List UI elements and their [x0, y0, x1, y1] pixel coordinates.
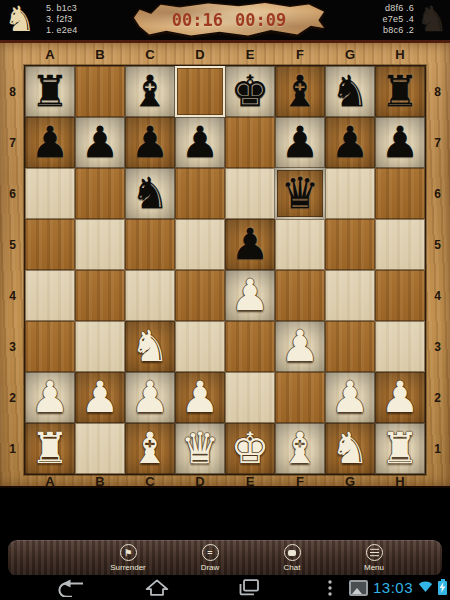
square-a3[interactable]: [25, 321, 75, 372]
square-h1[interactable]: ♜: [375, 423, 425, 474]
rank-label-5: 5: [425, 219, 450, 270]
black-pawn: ♟: [225, 219, 275, 269]
wifi-icon: [418, 579, 433, 597]
white-pawn: ♟: [375, 372, 425, 422]
chat-button[interactable]: Chat: [266, 544, 318, 572]
white-king: ♚: [225, 423, 275, 473]
white-clock: 00:16: [172, 10, 223, 30]
rank-label-6: 6: [425, 168, 450, 219]
white-rook: ♜: [375, 423, 425, 473]
square-e4[interactable]: ♟: [225, 270, 275, 321]
square-h6[interactable]: [375, 168, 425, 219]
square-h7[interactable]: ♟: [375, 117, 425, 168]
square-d6[interactable]: [175, 168, 225, 219]
black-bishop: ♝: [275, 66, 325, 116]
black-knight-icon: ♞: [417, 0, 448, 39]
black-knight: ♞: [325, 66, 375, 116]
board-squares: ♜♝♚♝♞♜♟♟♟♟♟♟♟♞♛♟♟♞♟♟♟♟♟♟♟♜♝♛♚♝♞♜: [25, 66, 425, 474]
surrender-flag-icon: ⚑: [120, 544, 137, 561]
square-d8[interactable]: [175, 66, 225, 117]
square-e5[interactable]: ♟: [225, 219, 275, 270]
white-pawn: ♟: [225, 270, 275, 320]
square-g1[interactable]: ♞: [325, 423, 375, 474]
rank-label-3: 3: [425, 321, 450, 372]
square-e8[interactable]: ♚: [225, 66, 275, 117]
white-pawn: ♟: [75, 372, 125, 422]
square-b8[interactable]: [75, 66, 125, 117]
square-b2[interactable]: ♟: [75, 372, 125, 423]
file-label-D: D: [175, 474, 225, 489]
clock-plank: 00:16 00:09: [134, 2, 324, 37]
move-entry: b8c6 .2: [383, 25, 414, 36]
square-e1[interactable]: ♚: [225, 423, 275, 474]
square-g4[interactable]: [325, 270, 375, 321]
file-label-H: H: [375, 43, 425, 66]
rank-label-6: 6: [0, 168, 25, 219]
rank-label-8: 8: [425, 66, 450, 117]
menu-label: Menu: [364, 563, 384, 572]
file-label-C: C: [125, 43, 175, 66]
black-king: ♚: [225, 66, 275, 116]
black-knight: ♞: [125, 168, 175, 218]
square-b1[interactable]: [75, 423, 125, 474]
move-entry: e7e5 .4: [383, 14, 414, 25]
square-f6[interactable]: ♛: [275, 168, 325, 219]
file-label-F: F: [275, 43, 325, 66]
square-f5[interactable]: [275, 219, 325, 270]
square-c6[interactable]: ♞: [125, 168, 175, 219]
file-label-C: C: [125, 474, 175, 489]
chat-label: Chat: [284, 563, 301, 572]
rank-label-5: 5: [0, 219, 25, 270]
square-a2[interactable]: ♟: [25, 372, 75, 423]
square-e3[interactable]: [225, 321, 275, 372]
square-g3[interactable]: [325, 321, 375, 372]
square-a4[interactable]: [25, 270, 75, 321]
square-g6[interactable]: [325, 168, 375, 219]
rank-labels-right: 87654321: [425, 66, 450, 474]
square-a7[interactable]: ♟: [25, 117, 75, 168]
square-f3[interactable]: ♟: [275, 321, 325, 372]
square-g5[interactable]: [325, 219, 375, 270]
surrender-label: Surrender: [110, 563, 146, 572]
square-d1[interactable]: ♛: [175, 423, 225, 474]
rank-label-4: 4: [425, 270, 450, 321]
square-b4[interactable]: [75, 270, 125, 321]
file-label-H: H: [375, 474, 425, 489]
white-pawn: ♟: [125, 372, 175, 422]
white-knight-icon: ♞: [4, 0, 35, 39]
white-knight: ♞: [125, 321, 175, 371]
rank-label-2: 2: [425, 372, 450, 423]
square-c3[interactable]: ♞: [125, 321, 175, 372]
black-clock: 00:09: [235, 10, 286, 30]
square-c8[interactable]: ♝: [125, 66, 175, 117]
rank-label-4: 4: [0, 270, 25, 321]
square-a5[interactable]: [25, 219, 75, 270]
screenshot-icon: [349, 580, 368, 596]
menu-list-icon: [366, 544, 383, 561]
recents-icon[interactable]: [237, 575, 260, 600]
file-label-B: B: [75, 474, 125, 489]
square-g2[interactable]: ♟: [325, 372, 375, 423]
square-f4[interactable]: [275, 270, 325, 321]
square-h3[interactable]: [375, 321, 425, 372]
file-label-B: B: [75, 43, 125, 66]
square-b3[interactable]: [75, 321, 125, 372]
status-clock: 13:03: [373, 579, 413, 596]
rank-labels-left: 87654321: [0, 66, 25, 474]
square-b7[interactable]: ♟: [75, 117, 125, 168]
white-bishop: ♝: [125, 423, 175, 473]
game-toolbar: ⚑ Surrender = Draw Chat Menu: [8, 540, 442, 576]
square-f1[interactable]: ♝: [275, 423, 325, 474]
top-bar: ♞ 5. b1c3 3. f2f3 1. e2e4 00:16 00:09 d8…: [0, 0, 450, 40]
square-b6[interactable]: [75, 168, 125, 219]
black-rook: ♜: [25, 66, 75, 116]
black-pawn: ♟: [325, 117, 375, 167]
square-d2[interactable]: ♟: [175, 372, 225, 423]
rank-label-7: 7: [0, 117, 25, 168]
rank-label-1: 1: [0, 423, 25, 474]
square-c2[interactable]: ♟: [125, 372, 175, 423]
square-d4[interactable]: [175, 270, 225, 321]
file-label-E: E: [225, 474, 275, 489]
file-label-A: A: [25, 474, 75, 489]
white-pawn: ♟: [175, 372, 225, 422]
square-d7[interactable]: ♟: [175, 117, 225, 168]
rank-label-1: 1: [425, 423, 450, 474]
square-g7[interactable]: ♟: [325, 117, 375, 168]
square-e2[interactable]: [225, 372, 275, 423]
file-label-E: E: [225, 43, 275, 66]
square-h2[interactable]: ♟: [375, 372, 425, 423]
surrender-button[interactable]: ⚑ Surrender: [102, 544, 154, 572]
chess-board-frame: ABCDEFGH 87654321 ♜♝♚♝♞♜♟♟♟♟♟♟♟♞♛♟♟♞♟♟♟♟…: [0, 40, 450, 488]
square-c5[interactable]: [125, 219, 175, 270]
file-label-G: G: [325, 43, 375, 66]
move-entry: 3. f2f3: [46, 14, 77, 25]
black-pawn: ♟: [375, 117, 425, 167]
square-a6[interactable]: [25, 168, 75, 219]
move-entry: 1. e2e4: [46, 25, 77, 36]
square-d3[interactable]: [175, 321, 225, 372]
white-knight: ♞: [325, 423, 375, 473]
square-d5[interactable]: [175, 219, 225, 270]
move-entry: d8f6 .6: [383, 3, 414, 14]
square-a8[interactable]: ♜: [25, 66, 75, 117]
white-pawn: ♟: [325, 372, 375, 422]
menu-button[interactable]: Menu: [348, 544, 400, 572]
white-rook: ♜: [25, 423, 75, 473]
black-pawn: ♟: [75, 117, 125, 167]
white-pawn: ♟: [275, 321, 325, 371]
square-f8[interactable]: ♝: [275, 66, 325, 117]
battery-icon: [438, 581, 447, 595]
overflow-menu-icon[interactable]: [327, 575, 333, 600]
black-move-list: d8f6 .6 e7e5 .4 b8c6 .2: [383, 3, 414, 36]
file-label-A: A: [25, 43, 75, 66]
white-bishop: ♝: [275, 423, 325, 473]
square-c4[interactable]: [125, 270, 175, 321]
file-label-D: D: [175, 43, 225, 66]
draw-equals-icon: =: [202, 544, 219, 561]
black-pawn: ♟: [125, 117, 175, 167]
square-f7[interactable]: ♟: [275, 117, 325, 168]
black-pawn: ♟: [275, 117, 325, 167]
square-b5[interactable]: [75, 219, 125, 270]
white-move-list: 5. b1c3 3. f2f3 1. e2e4: [46, 3, 77, 36]
square-a1[interactable]: ♜: [25, 423, 75, 474]
black-queen: ♛: [275, 168, 325, 218]
draw-label: Draw: [201, 563, 220, 572]
square-f2[interactable]: [275, 372, 325, 423]
square-c1[interactable]: ♝: [125, 423, 175, 474]
home-icon[interactable]: [145, 575, 169, 600]
square-h8[interactable]: ♜: [375, 66, 425, 117]
rank-label-3: 3: [0, 321, 25, 372]
black-pawn: ♟: [25, 117, 75, 167]
black-pawn: ♟: [175, 117, 225, 167]
black-rook: ♜: [375, 66, 425, 116]
chess-app-screen: ♞ 5. b1c3 3. f2f3 1. e2e4 00:16 00:09 d8…: [0, 0, 450, 600]
square-e7[interactable]: [225, 117, 275, 168]
android-nav-bar: 13:03: [0, 575, 450, 600]
draw-button[interactable]: = Draw: [184, 544, 236, 572]
file-labels-top: ABCDEFGH: [25, 43, 425, 66]
rank-label-8: 8: [0, 66, 25, 117]
status-tray: 13:03: [349, 575, 447, 600]
black-bishop: ♝: [125, 66, 175, 116]
square-e6[interactable]: [225, 168, 275, 219]
back-icon[interactable]: [55, 575, 85, 600]
square-h4[interactable]: [375, 270, 425, 321]
white-queen: ♛: [175, 423, 225, 473]
white-pawn: ♟: [25, 372, 75, 422]
rank-label-2: 2: [0, 372, 25, 423]
chat-bubble-icon: [284, 544, 301, 561]
square-g8[interactable]: ♞: [325, 66, 375, 117]
file-label-G: G: [325, 474, 375, 489]
move-entry: 5. b1c3: [46, 3, 77, 14]
square-h5[interactable]: [375, 219, 425, 270]
file-labels-bottom: ABCDEFGH: [25, 474, 425, 489]
rank-label-7: 7: [425, 117, 450, 168]
square-c7[interactable]: ♟: [125, 117, 175, 168]
file-label-F: F: [275, 474, 325, 489]
